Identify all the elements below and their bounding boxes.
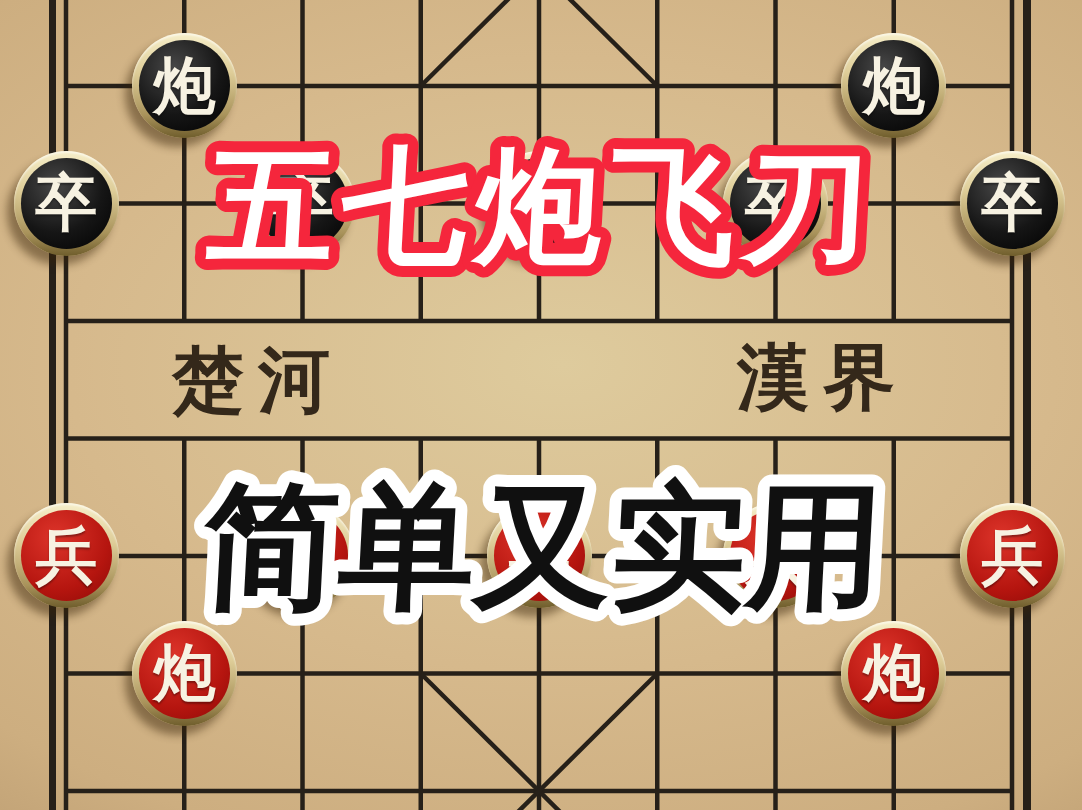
- piece-black-soldier-file3[interactable]: 卒: [250, 151, 355, 256]
- piece-glyph: 兵: [981, 525, 1043, 587]
- piece-red-soldier-file1[interactable]: 兵: [14, 503, 119, 608]
- piece-glyph: 卒: [35, 172, 97, 234]
- piece-red-soldier-file3[interactable]: 兵: [250, 503, 355, 608]
- piece-black-soldier-file7[interactable]: 卒: [723, 151, 828, 256]
- piece-red-cannon-file8[interactable]: 炮: [841, 621, 946, 726]
- piece-red-soldier-file9[interactable]: 兵: [960, 503, 1065, 608]
- piece-layer: 炮炮卒卒卒卒卒兵兵兵兵炮兵炮: [7, 27, 1071, 810]
- piece-black-cannon-file2[interactable]: 炮: [132, 33, 237, 138]
- piece-black-soldier-file1[interactable]: 卒: [14, 151, 119, 256]
- piece-glyph: 卒: [508, 172, 570, 234]
- piece-glyph: 卒: [981, 172, 1043, 234]
- piece-red-soldier-file5[interactable]: 兵: [487, 503, 592, 608]
- piece-black-cannon-file8[interactable]: 炮: [841, 33, 946, 138]
- piece-glyph: 兵: [272, 525, 334, 587]
- piece-glyph: 炮: [153, 642, 215, 704]
- piece-red-soldier-file7[interactable]: 兵: [723, 503, 828, 608]
- piece-glyph: 兵: [508, 525, 570, 587]
- xiangqi-board: 楚河 漢界 炮炮卒卒卒卒卒兵兵兵兵炮兵炮 五七炮飞刀 简单又实用: [0, 0, 1082, 810]
- piece-glyph: 卒: [272, 172, 334, 234]
- piece-glyph: 炮: [153, 55, 215, 117]
- piece-glyph: 兵: [35, 525, 97, 587]
- piece-glyph: 卒: [745, 172, 807, 234]
- piece-glyph: 兵: [745, 525, 807, 587]
- piece-black-soldier-file5[interactable]: 卒: [487, 151, 592, 256]
- piece-glyph: 炮: [863, 55, 925, 117]
- piece-glyph: 炮: [863, 642, 925, 704]
- piece-black-soldier-file9[interactable]: 卒: [960, 151, 1065, 256]
- piece-red-cannon-file2[interactable]: 炮: [132, 621, 237, 726]
